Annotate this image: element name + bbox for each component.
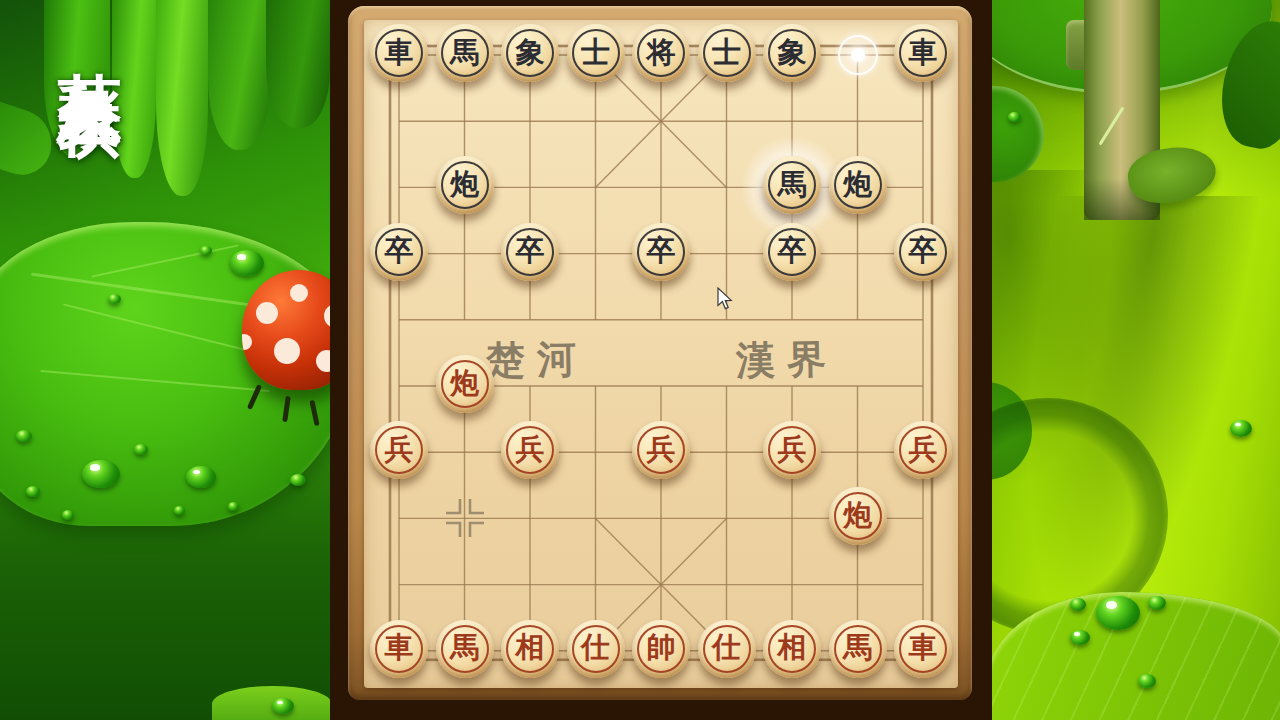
bottom-leaf	[212, 686, 330, 720]
piece-red-advisor[interactable]: 仕	[698, 620, 756, 678]
grass-blade	[156, 0, 208, 196]
piece-black-chariot[interactable]: 車	[370, 24, 428, 82]
water-droplet	[26, 486, 40, 497]
game-screen: 莫愁象棋 楚河 漢界 車馬象士将士象車炮馬炮卒卒卒卒卒炮兵兵兵兵兵炮車馬相仕帥仕…	[0, 0, 1280, 720]
piece-red-advisor[interactable]: 仕	[567, 620, 625, 678]
piece-red-chariot[interactable]: 車	[370, 620, 428, 678]
water-droplet	[272, 698, 294, 714]
water-droplet	[290, 474, 306, 486]
water-droplet	[62, 510, 74, 520]
water-droplet	[134, 444, 148, 455]
piece-black-advisor[interactable]: 士	[567, 24, 625, 82]
piece-black-soldier[interactable]: 卒	[763, 223, 821, 281]
piece-black-horse[interactable]: 馬	[763, 156, 821, 214]
water-droplet	[174, 506, 185, 515]
piece-red-soldier[interactable]: 兵	[894, 421, 952, 479]
water-droplet	[1008, 112, 1021, 122]
grass-blade	[208, 0, 270, 150]
piece-red-cannon[interactable]: 炮	[436, 355, 494, 413]
piece-black-soldier[interactable]: 卒	[632, 223, 690, 281]
piece-black-general[interactable]: 将	[632, 24, 690, 82]
piece-black-soldier[interactable]: 卒	[894, 223, 952, 281]
water-droplet	[82, 460, 120, 488]
piece-red-soldier[interactable]: 兵	[632, 421, 690, 479]
water-droplet	[1070, 630, 1090, 645]
piece-black-soldier[interactable]: 卒	[370, 223, 428, 281]
piece-red-horse[interactable]: 馬	[436, 620, 494, 678]
water-droplet	[200, 246, 212, 255]
piece-red-chariot[interactable]: 車	[894, 620, 952, 678]
piece-black-soldier[interactable]: 卒	[501, 223, 559, 281]
piece-black-chariot[interactable]: 車	[894, 24, 952, 82]
piece-black-advisor[interactable]: 士	[698, 24, 756, 82]
piece-black-cannon[interactable]: 炮	[436, 156, 494, 214]
board-surface[interactable]: 楚河 漢界 車馬象士将士象車炮馬炮卒卒卒卒卒炮兵兵兵兵兵炮車馬相仕帥仕相馬車	[364, 20, 958, 688]
app-title: 莫愁象棋	[50, 20, 130, 340]
piece-black-elephant[interactable]: 象	[763, 24, 821, 82]
water-droplet	[1070, 598, 1086, 611]
piece-black-horse[interactable]: 馬	[436, 24, 494, 82]
water-droplet	[1138, 674, 1156, 688]
water-droplet	[1096, 596, 1140, 630]
piece-red-elephant[interactable]: 相	[501, 620, 559, 678]
piece-red-cannon[interactable]: 炮	[829, 487, 887, 545]
water-droplet	[230, 250, 264, 276]
water-droplet	[1230, 420, 1252, 437]
piece-black-cannon[interactable]: 炮	[829, 156, 887, 214]
water-droplet	[16, 430, 32, 442]
xiangqi-board-panel: 楚河 漢界 車馬象士将士象車炮馬炮卒卒卒卒卒炮兵兵兵兵兵炮車馬相仕帥仕相馬車	[330, 0, 992, 720]
water-droplet	[186, 466, 216, 488]
piece-red-elephant[interactable]: 相	[763, 620, 821, 678]
piece-red-soldier[interactable]: 兵	[501, 421, 559, 479]
piece-black-elephant[interactable]: 象	[501, 24, 559, 82]
water-droplet	[1148, 596, 1166, 610]
grass-blade	[266, 0, 330, 128]
piece-red-general[interactable]: 帥	[632, 620, 690, 678]
piece-red-soldier[interactable]: 兵	[370, 421, 428, 479]
piece-red-horse[interactable]: 馬	[829, 620, 887, 678]
piece-red-soldier[interactable]: 兵	[763, 421, 821, 479]
water-droplet	[228, 502, 239, 511]
background-right-pond	[992, 0, 1280, 720]
mouse-cursor	[717, 287, 733, 310]
